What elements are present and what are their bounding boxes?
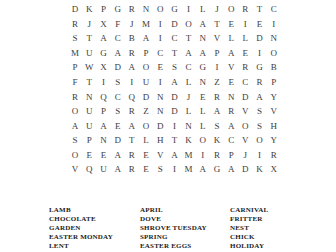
grid-cell: O — [224, 2, 238, 17]
grid-cell: A — [196, 17, 210, 32]
grid-cell: I — [167, 118, 181, 133]
grid-cell: N — [139, 2, 153, 17]
grid-cell: A — [167, 147, 181, 162]
grid-cell: Y — [267, 89, 281, 104]
grid-cell: Q — [125, 89, 139, 104]
grid-cell: G — [210, 162, 224, 177]
grid-cell: R — [68, 17, 82, 32]
grid-cell: C — [153, 46, 167, 61]
grid-cell: E — [139, 162, 153, 177]
grid-cell: J — [182, 89, 196, 104]
grid-cell: I — [267, 17, 281, 32]
grid-cell: P — [210, 46, 224, 61]
word-list-item: SHROVE TUESDAY — [140, 224, 207, 233]
grid-cell: T — [82, 75, 96, 90]
grid-cell: S — [111, 75, 125, 90]
grid-cell: A — [196, 162, 210, 177]
grid-cell: W — [82, 60, 96, 75]
grid-cell: N — [82, 89, 96, 104]
grid-cell: N — [153, 104, 167, 119]
word-list-item: DOVE — [140, 215, 207, 224]
word-list-item: CHOCOLATE — [49, 215, 113, 224]
grid-cell: H — [267, 118, 281, 133]
grid-cell: I — [96, 75, 110, 90]
word-search-worksheet: DKPGRNOGILJORTCRJXFJMIDOATEIEISTACBAICTN… — [0, 0, 336, 252]
grid-cell: P — [96, 2, 110, 17]
grid-cell: J — [210, 2, 224, 17]
word-list-item: CHICK — [230, 233, 268, 242]
grid-cell: A — [182, 46, 196, 61]
grid-cell: B — [125, 31, 139, 46]
word-list-item: EASTER MONDAY — [49, 233, 113, 242]
word-list-item: APRIL — [140, 206, 207, 215]
grid-cell: S — [68, 133, 82, 148]
grid-cell: G — [111, 2, 125, 17]
grid-cell: C — [224, 133, 238, 148]
grid-cell: V — [153, 147, 167, 162]
grid-cell: V — [238, 133, 252, 148]
grid-cell: T — [210, 17, 224, 32]
grid-cell: Z — [139, 104, 153, 119]
grid-cell: A — [125, 60, 139, 75]
grid-cell: N — [196, 31, 210, 46]
grid-cell: E — [252, 17, 266, 32]
grid-cell: K — [210, 133, 224, 148]
word-list-item: GARDEN — [49, 224, 113, 233]
word-search-grid: DKPGRNOGILJORTCRJXFJMIDOATEIEISTACBAICTN… — [68, 2, 281, 177]
grid-cell: O — [267, 46, 281, 61]
grid-cell: I — [153, 75, 167, 90]
grid-cell: A — [224, 162, 238, 177]
grid-cell: R — [238, 60, 252, 75]
grid-cell: A — [125, 118, 139, 133]
word-list-item: LENT — [49, 242, 113, 251]
grid-cell: S — [252, 118, 266, 133]
grid-cell: C — [238, 75, 252, 90]
grid-cell: L — [182, 75, 196, 90]
grid-cell: D — [238, 89, 252, 104]
word-list-item: HOLIDAY — [230, 242, 268, 251]
grid-cell: C — [182, 60, 196, 75]
grid-cell: D — [167, 89, 181, 104]
grid-cell: N — [196, 75, 210, 90]
grid-cell: T — [82, 31, 96, 46]
grid-cell: I — [167, 162, 181, 177]
grid-cell: D — [238, 162, 252, 177]
grid-cell: X — [96, 60, 110, 75]
grid-cell: A — [111, 162, 125, 177]
grid-cell: N — [153, 89, 167, 104]
grid-cell: L — [224, 31, 238, 46]
grid-cell: U — [139, 75, 153, 90]
grid-cell: A — [96, 118, 110, 133]
grid-cell: U — [82, 118, 96, 133]
word-list: LAMBCHOCOLATEGARDENEASTER MONDAYLENT APR… — [0, 206, 336, 252]
grid-cell: Q — [82, 162, 96, 177]
grid-cell: I — [153, 31, 167, 46]
grid-cell: A — [68, 118, 82, 133]
grid-cell: R — [125, 147, 139, 162]
grid-cell: A — [224, 118, 238, 133]
grid-cell: J — [238, 147, 252, 162]
grid-cell: X — [96, 17, 110, 32]
grid-cell: I — [252, 46, 266, 61]
grid-cell: A — [111, 147, 125, 162]
grid-cell: S — [111, 104, 125, 119]
grid-cell: E — [238, 46, 252, 61]
word-list-column-1: LAMBCHOCOLATEGARDENEASTER MONDAYLENT — [49, 206, 113, 251]
grid-cell: R — [224, 104, 238, 119]
grid-cell: S — [153, 162, 167, 177]
grid-cell: J — [125, 17, 139, 32]
grid-cell: D — [153, 118, 167, 133]
grid-cell: P — [96, 104, 110, 119]
grid-cell: I — [210, 60, 224, 75]
grid-cell: L — [196, 104, 210, 119]
word-list-item: FRITTER — [230, 215, 268, 224]
grid-cell: O — [182, 17, 196, 32]
grid-cell: N — [224, 89, 238, 104]
grid-cell: M — [182, 162, 196, 177]
grid-cell: D — [252, 31, 266, 46]
grid-cell: B — [267, 60, 281, 75]
grid-cell: T — [252, 2, 266, 17]
grid-cell: D — [167, 104, 181, 119]
grid-cell: R — [125, 162, 139, 177]
grid-cell: D — [111, 60, 125, 75]
grid-cell: U — [96, 162, 110, 177]
grid-cell: N — [182, 118, 196, 133]
grid-cell: G — [96, 46, 110, 61]
grid-cell: P — [267, 75, 281, 90]
grid-cell: A — [196, 46, 210, 61]
grid-cell: M — [139, 17, 153, 32]
grid-cell: P — [224, 147, 238, 162]
grid-cell: P — [139, 46, 153, 61]
grid-cell: P — [68, 60, 82, 75]
grid-cell: F — [68, 75, 82, 90]
grid-cell: X — [267, 162, 281, 177]
grid-cell: L — [196, 118, 210, 133]
grid-cell: O — [139, 118, 153, 133]
grid-cell: V — [238, 104, 252, 119]
grid-cell: K — [82, 2, 96, 17]
grid-cell: G — [252, 60, 266, 75]
grid-cell: A — [167, 75, 181, 90]
word-list-item: LAMB — [49, 206, 113, 215]
grid-cell: F — [111, 17, 125, 32]
word-list-item: NEST — [230, 224, 268, 233]
grid-cell: O — [252, 133, 266, 148]
grid-cell: I — [182, 2, 196, 17]
grid-cell: P — [82, 133, 96, 148]
grid-cell: I — [252, 147, 266, 162]
grid-cell: R — [252, 75, 266, 90]
grid-cell: E — [153, 60, 167, 75]
grid-cell: D — [139, 89, 153, 104]
grid-cell: A — [111, 46, 125, 61]
grid-cell: A — [96, 31, 110, 46]
grid-cell: Z — [210, 75, 224, 90]
grid-cell: D — [167, 17, 181, 32]
word-list-item: SPRING — [140, 233, 207, 242]
grid-cell: H — [153, 133, 167, 148]
grid-cell: N — [267, 31, 281, 46]
grid-cell: Q — [96, 89, 110, 104]
grid-cell: E — [196, 89, 210, 104]
grid-cell: V — [267, 104, 281, 119]
grid-cell: T — [125, 133, 139, 148]
grid-cell: K — [252, 162, 266, 177]
grid-cell: E — [96, 147, 110, 162]
grid-cell: G — [167, 2, 181, 17]
grid-cell: T — [167, 133, 181, 148]
grid-cell: L — [238, 31, 252, 46]
grid-cell: T — [182, 31, 196, 46]
grid-cell: U — [82, 104, 96, 119]
grid-cell: O — [68, 104, 82, 119]
grid-cell: C — [111, 89, 125, 104]
grid-cell: O — [68, 147, 82, 162]
word-list-column-2: APRILDOVESHROVE TUESDAYSPRINGEASTER EGGS — [140, 206, 207, 251]
grid-cell: S — [252, 104, 266, 119]
grid-cell: K — [182, 133, 196, 148]
grid-cell: D — [68, 2, 82, 17]
word-list-item: EASTER EGGS — [140, 242, 207, 251]
grid-cell: R — [68, 89, 82, 104]
grid-cell: U — [82, 46, 96, 61]
grid-cell: R — [210, 147, 224, 162]
grid-cell: R — [125, 2, 139, 17]
grid-cell: N — [96, 133, 110, 148]
grid-cell: C — [111, 31, 125, 46]
grid-cell: O — [238, 118, 252, 133]
grid-cell: O — [139, 60, 153, 75]
grid-cell: S — [167, 60, 181, 75]
grid-cell: A — [210, 104, 224, 119]
word-list-column-3: CARNIVALFRITTERNESTCHICKHOLIDAY — [230, 206, 268, 251]
grid-cell: S — [68, 31, 82, 46]
grid-cell: A — [139, 31, 153, 46]
grid-cell: M — [182, 147, 196, 162]
grid-cell: E — [82, 147, 96, 162]
grid-cell: L — [182, 104, 196, 119]
grid-cell: J — [82, 17, 96, 32]
grid-cell: V — [224, 60, 238, 75]
grid-cell: L — [139, 133, 153, 148]
grid-cell: R — [210, 89, 224, 104]
grid-cell: Y — [267, 133, 281, 148]
grid-cell: I — [238, 17, 252, 32]
grid-cell: R — [125, 104, 139, 119]
grid-cell: E — [111, 118, 125, 133]
grid-cell: R — [125, 46, 139, 61]
grid-cell: C — [267, 2, 281, 17]
grid-cell: L — [196, 2, 210, 17]
grid-cell: S — [210, 118, 224, 133]
grid-cell: O — [196, 133, 210, 148]
word-list-item: CARNIVAL — [230, 206, 268, 215]
grid-cell: R — [267, 147, 281, 162]
grid-cell: R — [238, 2, 252, 17]
grid-cell: E — [224, 17, 238, 32]
grid-cell: E — [224, 75, 238, 90]
grid-cell: T — [167, 46, 181, 61]
grid-cell: A — [252, 89, 266, 104]
grid-cell: A — [224, 46, 238, 61]
grid-cell: V — [210, 31, 224, 46]
grid-cell: O — [153, 2, 167, 17]
grid-cell: D — [111, 133, 125, 148]
grid-cell: G — [196, 60, 210, 75]
grid-cell: M — [68, 46, 82, 61]
grid-cell: E — [139, 147, 153, 162]
grid-cell: V — [68, 162, 82, 177]
grid-cell: I — [153, 17, 167, 32]
grid-cell: I — [125, 75, 139, 90]
grid-cell: C — [167, 31, 181, 46]
grid-cell: I — [196, 147, 210, 162]
